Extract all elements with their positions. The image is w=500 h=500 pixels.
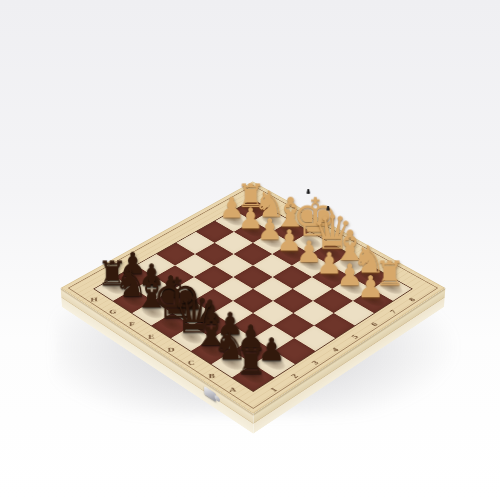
product-photo-chess-set: HGFEDCBA 87654321 ♜♞♝♚♛♝♞♜♟♟♟♟♟♟♟♟♟♟♟♟♟♟…: [0, 0, 500, 500]
black-finial-icon: [326, 203, 331, 211]
piece-light-pawn-a7: ♟: [354, 269, 388, 301]
black-finial-icon: [306, 186, 311, 194]
scene: HGFEDCBA 87654321 ♜♞♝♚♛♝♞♜♟♟♟♟♟♟♟♟♟♟♟♟♟♟…: [0, 0, 500, 500]
metal-clasp-icon: [204, 386, 216, 402]
piece-dark-rook-a1: ♜: [233, 340, 269, 378]
